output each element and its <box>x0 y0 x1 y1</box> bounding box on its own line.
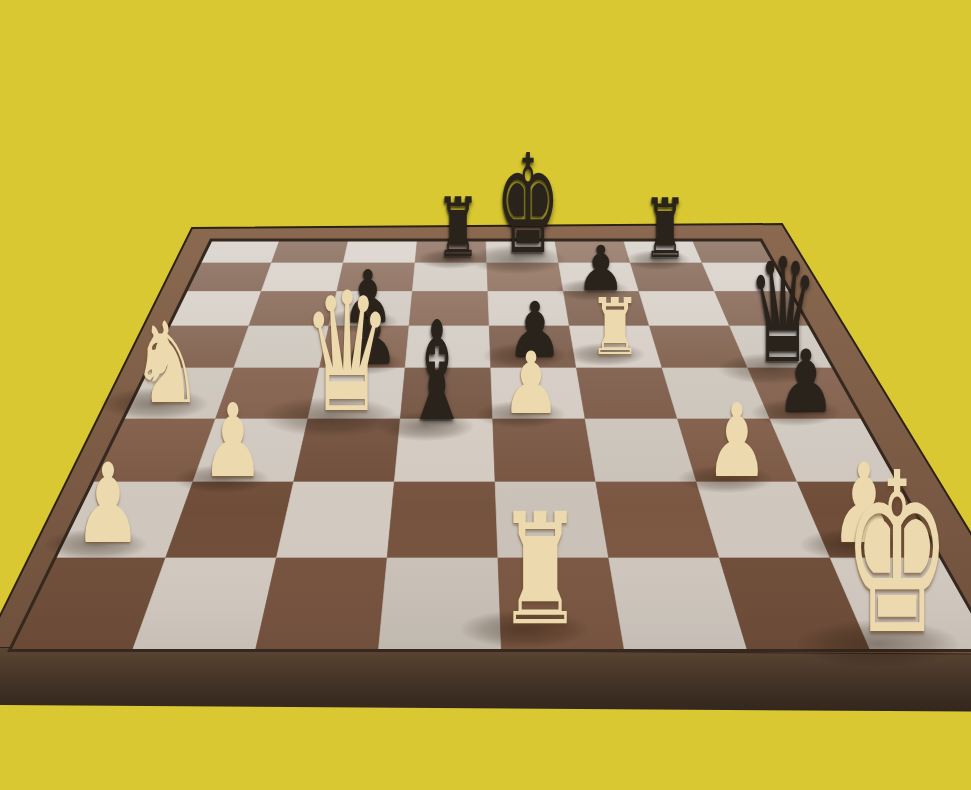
pawn-glyph: ♟ <box>776 339 835 425</box>
queen-glyph: ♛ <box>302 271 392 436</box>
king-glyph: ♚ <box>496 136 561 273</box>
king-glyph: ♚ <box>843 444 951 666</box>
pawn-glyph: ♟ <box>74 449 142 559</box>
chess-scene: ♜♚♜♟♟♟♟♜♛♞♛♝♟♟♟♟♟♟♜♚ <box>0 0 971 790</box>
pawn-glyph: ♟ <box>202 390 265 492</box>
pawn-glyph: ♟ <box>706 390 769 492</box>
rook-glyph: ♜ <box>589 288 641 366</box>
board-frame-front <box>0 648 971 712</box>
rook-glyph: ♜ <box>497 493 582 647</box>
knight-glyph: ♞ <box>131 308 203 420</box>
bishop-glyph: ♝ <box>405 303 470 440</box>
pawn-glyph: ♟ <box>501 341 560 427</box>
rook-glyph: ♜ <box>643 188 686 270</box>
rook-glyph: ♜ <box>436 187 479 269</box>
